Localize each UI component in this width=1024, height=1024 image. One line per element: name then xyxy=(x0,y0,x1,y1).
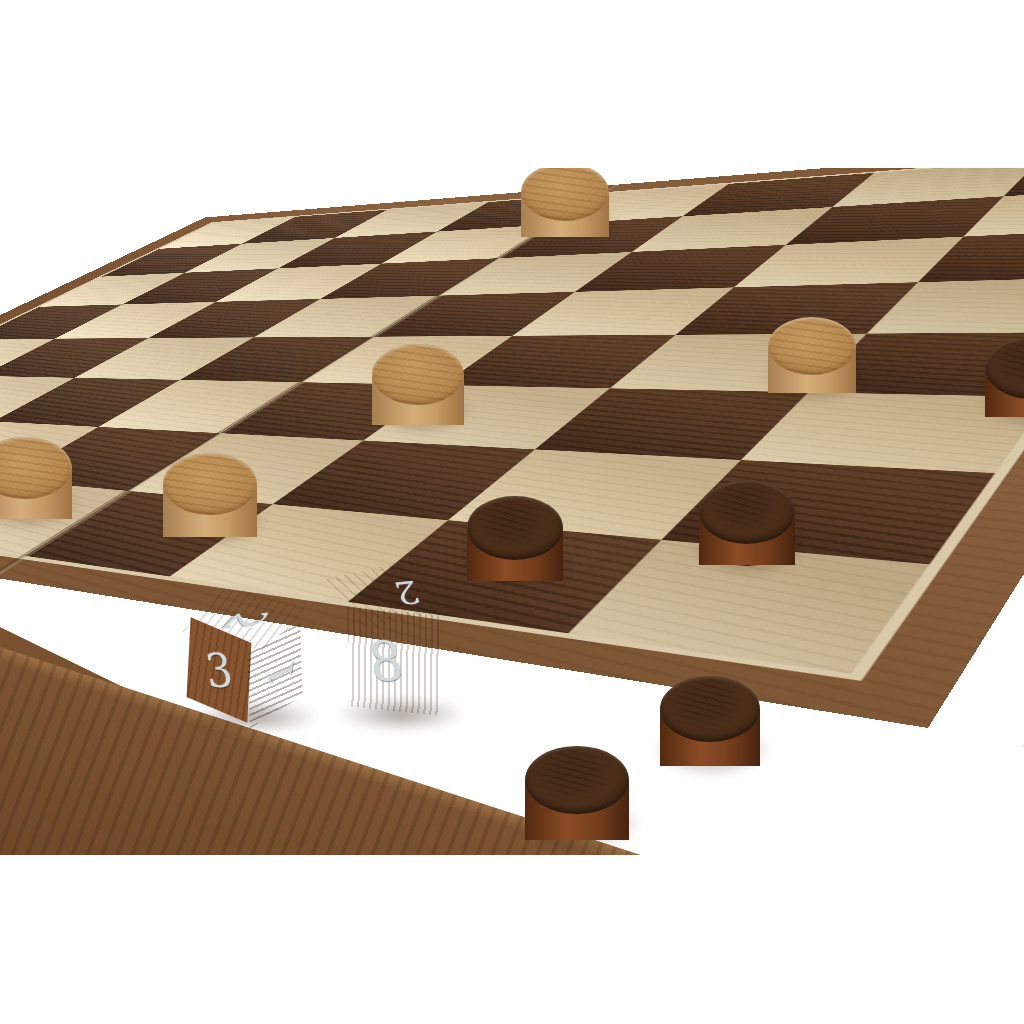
piece-top-face xyxy=(660,676,760,742)
piece-top-face xyxy=(372,344,464,405)
light-checker-piece-d5[interactable] xyxy=(372,344,464,425)
piece-top-face xyxy=(467,496,563,559)
dark-checker-piece-f7[interactable] xyxy=(985,337,1024,417)
dark-checker-piece-b8[interactable] xyxy=(525,746,629,841)
die1-top-numeral: 2 xyxy=(209,610,281,631)
light-checker-piece-a4[interactable] xyxy=(0,437,72,519)
board-photo: 2 3 1 2 8 xyxy=(0,168,1024,855)
wooden-die-2[interactable]: 2 8 xyxy=(340,563,450,715)
die2-front-face: 8 xyxy=(347,606,441,716)
die1-right-numeral: 1 xyxy=(260,653,302,693)
die1-left-numeral: 3 xyxy=(202,643,236,698)
dark-checker-piece-d7[interactable] xyxy=(699,480,795,565)
die2-top-numeral: 2 xyxy=(390,573,425,611)
board xyxy=(0,168,1024,728)
die2-front-numeral: 8 xyxy=(365,629,408,693)
light-checker-piece-b5[interactable] xyxy=(163,453,257,537)
dark-checker-piece-c6[interactable] xyxy=(467,496,563,581)
wooden-die-1[interactable]: 2 3 1 xyxy=(188,596,308,720)
piece-top-face xyxy=(163,453,257,515)
light-checker-piece-g5[interactable] xyxy=(521,168,609,237)
dark-checker-piece-c8[interactable] xyxy=(660,676,760,766)
light-checker-piece-e6[interactable] xyxy=(768,317,856,393)
piece-top-face xyxy=(699,480,795,543)
piece-top-face xyxy=(768,317,856,375)
piece-top-face xyxy=(525,746,629,815)
screenshot-root: { "game": "checkers (draughts) on a wood… xyxy=(0,0,1024,1024)
